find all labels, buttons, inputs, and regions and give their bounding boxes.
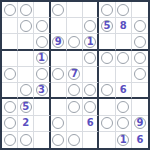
- odd-circle-mark: [84, 52, 96, 64]
- cell-r2c4[interactable]: [51, 18, 67, 34]
- cell-r5c1[interactable]: [2, 67, 18, 83]
- odd-circle-mark: [101, 52, 113, 64]
- odd-circle-mark: [117, 117, 129, 129]
- cell-r4c7[interactable]: [99, 51, 115, 67]
- cell-r3c4[interactable]: 9: [51, 34, 67, 50]
- cell-r6c7[interactable]: [99, 83, 115, 99]
- cell-r9c3[interactable]: [34, 132, 50, 148]
- cell-r5c6[interactable]: [83, 67, 99, 83]
- odd-circle-mark: [68, 84, 80, 96]
- cell-r6c8[interactable]: 6: [116, 83, 132, 99]
- given-digit: 2: [20, 117, 32, 129]
- cell-r1c8[interactable]: [116, 2, 132, 18]
- cell-r7c1[interactable]: [2, 99, 18, 115]
- given-digit-odd-circled: 3: [36, 84, 48, 96]
- cell-r3c1[interactable]: [2, 34, 18, 50]
- cell-r1c2[interactable]: [18, 2, 34, 18]
- cell-r4c4[interactable]: [51, 51, 67, 67]
- given-digit: 8: [117, 20, 129, 32]
- cell-r4c6[interactable]: [83, 51, 99, 67]
- cell-r5c8[interactable]: [116, 67, 132, 83]
- cell-r6c4[interactable]: [51, 83, 67, 99]
- cell-r7c7[interactable]: [99, 99, 115, 115]
- given-digit-odd-circled: 9: [134, 117, 146, 129]
- given-digit: 6: [117, 84, 129, 96]
- odd-circle-mark: [68, 36, 80, 48]
- cell-r7c5[interactable]: [67, 99, 83, 115]
- given-digit-odd-circled: 9: [52, 36, 64, 48]
- odd-circle-mark: [101, 84, 113, 96]
- odd-circle-mark: [117, 4, 129, 16]
- odd-circle-mark: [4, 117, 16, 129]
- odd-circle-mark: [68, 101, 80, 113]
- cell-r7c4[interactable]: [51, 99, 67, 115]
- cell-r8c5[interactable]: [67, 116, 83, 132]
- cell-r2c6[interactable]: [83, 18, 99, 34]
- cell-r3c9[interactable]: [132, 34, 148, 50]
- cell-r9c9[interactable]: 6: [132, 132, 148, 148]
- cell-r4c2[interactable]: [18, 51, 34, 67]
- cell-r7c6[interactable]: [83, 99, 99, 115]
- cell-r5c7[interactable]: [99, 67, 115, 83]
- odd-circle-mark: [52, 134, 64, 146]
- cell-r7c3[interactable]: [34, 99, 50, 115]
- odd-circle-mark: [68, 134, 80, 146]
- odd-circle-mark: [117, 52, 129, 64]
- cell-r3c3[interactable]: [34, 34, 50, 50]
- given-digit-odd-circled: 1: [36, 52, 48, 64]
- cell-r9c6[interactable]: [83, 132, 99, 148]
- cell-r1c9[interactable]: [132, 2, 148, 18]
- cell-r2c2[interactable]: [18, 18, 34, 34]
- cell-r3c6[interactable]: 1: [83, 34, 99, 50]
- cell-r8c6[interactable]: 6: [83, 116, 99, 132]
- cell-r1c6[interactable]: [83, 2, 99, 18]
- cell-r9c1[interactable]: [2, 132, 18, 148]
- cell-r2c8[interactable]: 8: [116, 18, 132, 34]
- cell-r9c4[interactable]: [51, 132, 67, 148]
- given-digit-odd-circled: 7: [68, 68, 80, 80]
- odd-circle-mark: [117, 101, 129, 113]
- odd-circle-mark: [20, 20, 32, 32]
- odd-circle-mark: [84, 101, 96, 113]
- cell-r8c4[interactable]: [51, 116, 67, 132]
- odd-circle-mark: [52, 4, 64, 16]
- cell-r6c9[interactable]: [132, 83, 148, 99]
- cell-r8c9[interactable]: 9: [132, 116, 148, 132]
- cell-r9c2[interactable]: [18, 132, 34, 148]
- cell-r4c1[interactable]: [2, 51, 18, 67]
- odd-circle-mark: [4, 134, 16, 146]
- cell-r2c7[interactable]: 5: [99, 18, 115, 34]
- given-digit-odd-circled: 5: [101, 20, 113, 32]
- cell-r2c1[interactable]: [2, 18, 18, 34]
- cell-r8c1[interactable]: [2, 116, 18, 132]
- cell-r5c3[interactable]: [34, 67, 50, 83]
- cell-r9c7[interactable]: [99, 132, 115, 148]
- cell-r4c9[interactable]: [132, 51, 148, 67]
- cell-r6c1[interactable]: [2, 83, 18, 99]
- odd-circle-mark: [4, 101, 16, 113]
- cell-r7c2[interactable]: 5: [18, 99, 34, 115]
- odd-circle-mark: [4, 68, 16, 80]
- odd-circle-mark: [134, 36, 146, 48]
- odd-circle-mark: [36, 68, 48, 80]
- cell-r6c3[interactable]: 3: [34, 83, 50, 99]
- odd-circle-mark: [134, 52, 146, 64]
- cell-r1c3[interactable]: [34, 2, 50, 18]
- given-digit-odd-circled: 1: [84, 36, 96, 48]
- odd-circle-mark: [134, 68, 146, 80]
- odd-circle-mark: [36, 20, 48, 32]
- odd-circle-mark: [20, 84, 32, 96]
- given-digit-odd-circled: 1: [117, 134, 129, 146]
- cell-r9c8[interactable]: 1: [116, 132, 132, 148]
- cell-r8c8[interactable]: [116, 116, 132, 132]
- cell-r2c5[interactable]: [67, 18, 83, 34]
- cell-r1c5[interactable]: [67, 2, 83, 18]
- odd-circle-mark: [52, 68, 64, 80]
- odd-circle-mark: [101, 117, 113, 129]
- cell-r8c2[interactable]: 2: [18, 116, 34, 132]
- cell-r8c3[interactable]: [34, 116, 50, 132]
- cell-r3c8[interactable]: [116, 34, 132, 50]
- cell-r2c9[interactable]: [132, 18, 148, 34]
- cell-r3c2[interactable]: [18, 34, 34, 50]
- odd-circle-mark: [134, 20, 146, 32]
- cell-r5c5[interactable]: 7: [67, 67, 83, 83]
- cell-r1c7[interactable]: [99, 2, 115, 18]
- cell-r5c4[interactable]: [51, 67, 67, 83]
- sudoku-board: 58911736526916: [0, 0, 150, 150]
- cell-r4c8[interactable]: [116, 51, 132, 67]
- cell-r6c5[interactable]: [67, 83, 83, 99]
- cell-r1c4[interactable]: [51, 2, 67, 18]
- cell-r8c7[interactable]: [99, 116, 115, 132]
- cell-r7c9[interactable]: [132, 99, 148, 115]
- cell-r7c8[interactable]: [116, 99, 132, 115]
- cell-r4c3[interactable]: 1: [34, 51, 50, 67]
- cell-r3c5[interactable]: [67, 34, 83, 50]
- odd-circle-mark: [101, 4, 113, 16]
- odd-circle-mark: [52, 117, 64, 129]
- odd-circle-mark: [20, 134, 32, 146]
- cell-r2c3[interactable]: [34, 18, 50, 34]
- cell-r6c6[interactable]: [83, 83, 99, 99]
- cell-r5c2[interactable]: [18, 67, 34, 83]
- cell-r6c2[interactable]: [18, 83, 34, 99]
- odd-circle-mark: [20, 4, 32, 16]
- cell-r4c5[interactable]: [67, 51, 83, 67]
- odd-circle-mark: [84, 84, 96, 96]
- cell-r1c1[interactable]: [2, 2, 18, 18]
- odd-circle-mark: [4, 4, 16, 16]
- cell-r9c5[interactable]: [67, 132, 83, 148]
- odd-circle-mark: [84, 20, 96, 32]
- cell-r3c7[interactable]: [99, 34, 115, 50]
- given-digit-odd-circled: 5: [20, 101, 32, 113]
- cell-r5c9[interactable]: [132, 67, 148, 83]
- odd-circle-mark: [36, 36, 48, 48]
- given-digit: 6: [134, 134, 146, 146]
- given-digit: 6: [84, 117, 96, 129]
